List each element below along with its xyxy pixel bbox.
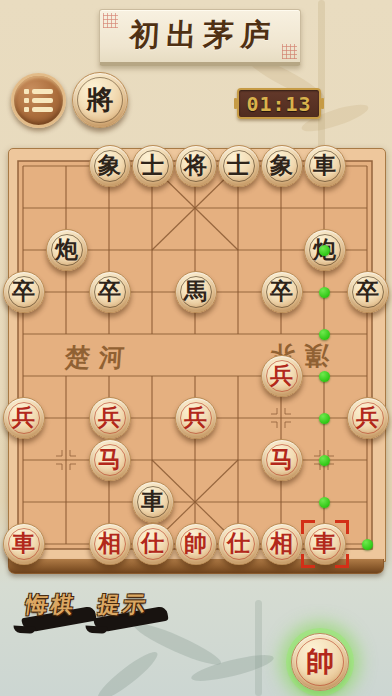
piece-glyph: 象 — [270, 154, 293, 177]
piece-red-horse[interactable]: 马 — [261, 439, 303, 481]
bamboo-stalk-decoration — [255, 600, 262, 696]
capture-target-marker — [301, 520, 349, 568]
level-title: 初出茅庐 — [99, 10, 302, 60]
piece-black-soldier[interactable]: 卒 — [347, 271, 389, 313]
piece-red-advisor[interactable]: 仕 — [218, 523, 260, 565]
piece-red-horse[interactable]: 马 — [89, 439, 131, 481]
piece-black-cannon[interactable]: 炮 — [46, 229, 88, 271]
piece-glyph: 马 — [98, 448, 121, 471]
piece-glyph: 卒 — [270, 280, 293, 303]
move-dot[interactable] — [319, 497, 330, 508]
bamboo-leaf-decoration — [189, 650, 275, 686]
hint-button[interactable]: 提示 — [92, 588, 178, 640]
piece-glyph: 相 — [270, 532, 293, 555]
menu-icon — [24, 98, 53, 103]
piece-red-soldier[interactable]: 兵 — [347, 397, 389, 439]
piece-glyph: 仕 — [227, 532, 250, 555]
piece-red-elephant[interactable]: 相 — [89, 523, 131, 565]
menu-icon — [24, 107, 53, 112]
hint-label: 提示 — [96, 590, 150, 620]
game-screen: 初出茅庐 將 01:13 楚河 漢界 象士将士象車炮炮卒卒馬卒卒車兵兵兵兵兵马马… — [0, 0, 392, 696]
piece-glyph: 马 — [270, 448, 293, 471]
bamboo-stalk-decoration — [318, 0, 325, 150]
move-dot[interactable] — [362, 539, 373, 550]
piece-red-advisor[interactable]: 仕 — [132, 523, 174, 565]
piece-glyph: 卒 — [356, 280, 379, 303]
piece-glyph: 兵 — [98, 406, 121, 429]
xiangqi-board[interactable]: 楚河 漢界 象士将士象車炮炮卒卒馬卒卒車兵兵兵兵兵马马車相仕帥仕相車 — [8, 148, 386, 562]
piece-black-soldier[interactable]: 卒 — [261, 271, 303, 313]
move-dot[interactable] — [319, 455, 330, 466]
piece-red-soldier[interactable]: 兵 — [89, 397, 131, 439]
piece-glyph: 馬 — [184, 280, 207, 303]
piece-red-soldier[interactable]: 兵 — [175, 397, 217, 439]
piece-black-general[interactable]: 将 — [175, 145, 217, 187]
move-dot[interactable] — [319, 413, 330, 424]
piece-black-elephant[interactable]: 象 — [89, 145, 131, 187]
piece-glyph: 将 — [184, 154, 207, 177]
piece-glyph: 卒 — [98, 280, 121, 303]
piece-glyph: 兵 — [270, 364, 293, 387]
piece-glyph: 車 — [12, 532, 35, 555]
piece-black-soldier[interactable]: 卒 — [3, 271, 45, 313]
piece-red-soldier[interactable]: 兵 — [261, 355, 303, 397]
menu-icon — [24, 89, 53, 94]
piece-black-advisor[interactable]: 士 — [132, 145, 174, 187]
red-general-glyph: 帥 — [306, 643, 334, 681]
move-dot[interactable] — [319, 329, 330, 340]
bamboo-leaf-decoration — [93, 647, 162, 696]
piece-red-rook[interactable]: 車 — [3, 523, 45, 565]
timer-value: 01:13 — [246, 92, 311, 116]
piece-red-elephant[interactable]: 相 — [261, 523, 303, 565]
piece-black-elephant[interactable]: 象 — [261, 145, 303, 187]
piece-glyph: 兵 — [184, 406, 207, 429]
move-timer: 01:13 — [237, 88, 321, 119]
move-dot[interactable] — [319, 287, 330, 298]
piece-black-soldier[interactable]: 卒 — [89, 271, 131, 313]
piece-glyph: 兵 — [12, 406, 35, 429]
piece-glyph: 象 — [98, 154, 121, 177]
undo-label: 悔棋 — [24, 590, 78, 620]
piece-glyph: 仕 — [141, 532, 164, 555]
move-dot[interactable] — [319, 371, 330, 382]
piece-red-general[interactable]: 帥 — [175, 523, 217, 565]
piece-glyph: 車 — [313, 154, 336, 177]
black-general-glyph: 將 — [87, 82, 114, 118]
piece-red-soldier[interactable]: 兵 — [3, 397, 45, 439]
piece-glyph: 卒 — [12, 280, 35, 303]
menu-button[interactable] — [11, 73, 66, 128]
piece-grid: 象士将士象車炮炮卒卒馬卒卒車兵兵兵兵兵马马車相仕帥仕相車 — [2, 145, 389, 565]
piece-glyph: 車 — [141, 490, 164, 513]
red-general-action-button[interactable]: 帥 — [291, 633, 349, 691]
level-title-plaque: 初出茅庐 — [99, 9, 301, 66]
move-dot[interactable] — [319, 245, 330, 256]
piece-glyph: 士 — [227, 154, 250, 177]
piece-glyph: 兵 — [356, 406, 379, 429]
piece-black-rook[interactable]: 車 — [304, 145, 346, 187]
piece-black-advisor[interactable]: 士 — [218, 145, 260, 187]
black-general-turn-button[interactable]: 將 — [72, 72, 128, 128]
piece-black-rook[interactable]: 車 — [132, 481, 174, 523]
piece-glyph: 相 — [98, 532, 121, 555]
piece-black-horse[interactable]: 馬 — [175, 271, 217, 313]
piece-glyph: 炮 — [55, 238, 78, 261]
piece-glyph: 帥 — [184, 532, 207, 555]
piece-glyph: 士 — [141, 154, 164, 177]
